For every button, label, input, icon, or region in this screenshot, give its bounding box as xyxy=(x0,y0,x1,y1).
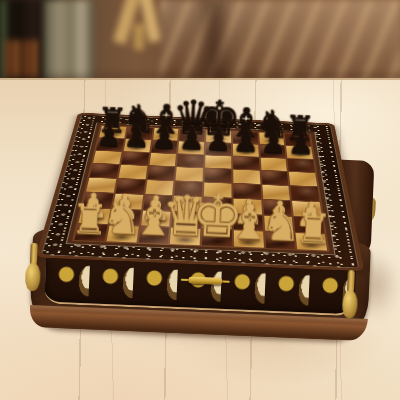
square-f6 xyxy=(233,156,259,170)
brass-pillar-left xyxy=(25,243,42,292)
square-g5 xyxy=(261,171,288,185)
brass-pillar-bulb xyxy=(342,290,358,319)
square-e7: ♟ xyxy=(206,142,231,155)
piece-black-pawn: ♟ xyxy=(178,123,206,154)
brass-pillar-stem xyxy=(347,270,355,292)
square-c7: ♟ xyxy=(151,140,178,153)
square-g7: ♟ xyxy=(260,145,286,158)
chess-box: ♜♞♝♛♚♝♞♜♟♟♟♟♟♟♟♟♟♟♟♟♟♟♟♟♜♞♝♛♚♝♞♜ xyxy=(21,81,383,352)
board-perspective-scene: ♜♞♝♛♚♝♞♜♟♟♟♟♟♟♟♟♟♟♟♟♟♟♟♟♜♞♝♛♚♝♞♜ xyxy=(54,32,354,332)
inlaid-board-border: ♜♞♝♛♚♝♞♜♟♟♟♟♟♟♟♟♟♟♟♟♟♟♟♟♜♞♝♛♚♝♞♜ xyxy=(36,113,365,271)
square-d5 xyxy=(176,167,203,181)
square-h5 xyxy=(289,172,317,186)
square-h7: ♟ xyxy=(286,146,313,159)
piece-white-rook: ♜ xyxy=(294,208,332,251)
piece-black-pawn: ♟ xyxy=(123,121,151,152)
square-a6 xyxy=(93,151,121,164)
square-b5 xyxy=(118,165,147,179)
piece-black-pawn: ♟ xyxy=(96,120,124,151)
square-b7: ♟ xyxy=(124,139,151,152)
square-d6 xyxy=(177,154,204,167)
piece-black-pawn: ♟ xyxy=(205,124,233,155)
square-f7: ♟ xyxy=(233,144,259,157)
brass-pillar-right xyxy=(342,270,359,319)
square-c5 xyxy=(147,166,175,180)
brass-pillar-bulb xyxy=(25,263,41,292)
square-d7: ♟ xyxy=(178,141,204,154)
piece-black-pawn: ♟ xyxy=(260,127,288,158)
piece-black-pawn: ♟ xyxy=(232,125,260,156)
square-g1: ♞ xyxy=(265,232,296,249)
square-e5 xyxy=(204,169,231,183)
piece-black-pawn: ♟ xyxy=(150,122,178,153)
chess-set-photo: ♜♞♝♛♚♝♞♜♟♟♟♟♟♟♟♟♟♟♟♟♟♟♟♟♜♞♝♛♚♝♞♜ xyxy=(0,0,400,400)
chess-board-grid: ♜♞♝♛♚♝♞♜♟♟♟♟♟♟♟♟♟♟♟♟♟♟♟♟♜♞♝♛♚♝♞♜ xyxy=(67,123,335,254)
square-a7: ♟ xyxy=(96,138,124,151)
square-c6 xyxy=(149,153,176,166)
square-h6 xyxy=(288,159,315,173)
square-h1: ♜ xyxy=(296,233,327,250)
square-b6 xyxy=(121,152,149,165)
book-spines xyxy=(6,40,40,78)
square-g6 xyxy=(260,157,287,171)
square-f1: ♝ xyxy=(234,231,264,248)
piece-black-pawn: ♟ xyxy=(287,128,315,159)
square-a5 xyxy=(90,164,119,178)
brass-pillar-stem xyxy=(30,243,38,265)
square-e6 xyxy=(205,155,231,169)
square-f5 xyxy=(233,170,260,184)
